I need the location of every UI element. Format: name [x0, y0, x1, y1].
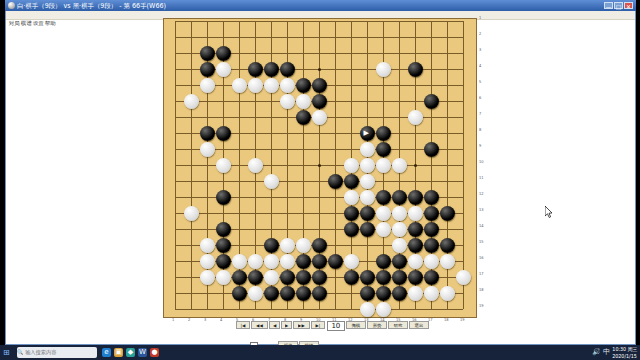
- clock-time: 10:30 周三: [612, 347, 637, 351]
- row-coordinate-label: 11: [479, 177, 484, 180]
- white-stone-19-17: [456, 270, 471, 285]
- white-stone-10-7: [312, 110, 327, 125]
- white-stone-17-18: [424, 286, 439, 301]
- white-stone-6-18: [248, 286, 263, 301]
- nav-button-3[interactable]: ▶: [281, 321, 292, 329]
- star-point: [414, 164, 417, 167]
- white-stone-4-17: [216, 270, 231, 285]
- star-point: [318, 68, 321, 71]
- black-stone-3-8: [200, 126, 215, 141]
- move-number-input[interactable]: 10: [327, 321, 345, 331]
- black-stone-12-17: [344, 270, 359, 285]
- col-coordinate-label: 2: [188, 319, 190, 322]
- grid-line-v: [463, 21, 464, 309]
- minimize-button[interactable]: —: [604, 2, 613, 9]
- row-coordinate-label: 12: [479, 193, 484, 196]
- white-stone-4-10: [216, 158, 231, 173]
- row-coordinate-label: 4: [479, 65, 481, 68]
- black-stone-13-18: [360, 286, 375, 301]
- action-button-0[interactable]: 悔棋: [346, 321, 366, 329]
- black-stone-12-13: [344, 206, 359, 221]
- black-stone-6-17: [248, 270, 263, 285]
- grid-line-h: [175, 309, 463, 310]
- black-stone-15-18: [392, 286, 407, 301]
- white-stone-15-15: [392, 238, 407, 253]
- nav-button-0[interactable]: |◀: [236, 321, 250, 329]
- white-stone-15-10: [392, 158, 407, 173]
- black-stone-14-16: [376, 254, 391, 269]
- white-stone-6-10: [248, 158, 263, 173]
- black-stone-12-11: [344, 174, 359, 189]
- row-coordinate-label: 2: [479, 33, 481, 36]
- white-stone-17-16: [424, 254, 439, 269]
- black-stone-8-17: [280, 270, 295, 285]
- black-stone-6-4: [248, 62, 263, 77]
- word-icon[interactable]: W: [138, 348, 147, 357]
- white-stone-6-5: [248, 78, 263, 93]
- black-stone-14-8: [376, 126, 391, 141]
- nav-button-4[interactable]: ▶▶: [293, 321, 310, 329]
- black-stone-14-9: [376, 142, 391, 157]
- black-stone-16-12: [408, 190, 423, 205]
- white-stone-2-6: [184, 94, 199, 109]
- col-coordinate-label: 4: [220, 319, 222, 322]
- black-stone-10-18: [312, 286, 327, 301]
- grid-line-h: [175, 181, 463, 182]
- white-stone-13-19: [360, 302, 375, 317]
- row-coordinate-label: 6: [479, 97, 481, 100]
- edge-browser-icon[interactable]: e: [102, 348, 111, 357]
- white-stone-8-16: [280, 254, 295, 269]
- black-stone-15-12: [392, 190, 407, 205]
- black-stone-15-17: [392, 270, 407, 285]
- last-move-marker: ▶: [364, 130, 369, 137]
- black-stone-18-13: [440, 206, 455, 221]
- white-stone-8-5: [280, 78, 295, 93]
- black-stone-8-4: [280, 62, 295, 77]
- clock-date: 2020/1/15: [612, 354, 637, 358]
- black-stone-7-4: [264, 62, 279, 77]
- white-stone-16-7: [408, 110, 423, 125]
- mouse-cursor: [545, 206, 553, 218]
- black-stone-14-17: [376, 270, 391, 285]
- row-coordinate-label: 5: [479, 81, 481, 84]
- white-stone-12-12: [344, 190, 359, 205]
- white-stone-2-13: [184, 206, 199, 221]
- black-stone-17-17: [424, 270, 439, 285]
- black-stone-9-5: [296, 78, 311, 93]
- white-stone-3-17: [200, 270, 215, 285]
- white-stone-12-10: [344, 158, 359, 173]
- white-stone-14-4: [376, 62, 391, 77]
- black-stone-16-14: [408, 222, 423, 237]
- black-stone-7-15: [264, 238, 279, 253]
- white-stone-18-16: [440, 254, 455, 269]
- row-coordinate-label: 7: [479, 113, 481, 116]
- white-stone-13-11: [360, 174, 375, 189]
- black-stone-11-16: [328, 254, 343, 269]
- white-stone-9-6: [296, 94, 311, 109]
- col-coordinate-label: 1: [172, 319, 174, 322]
- black-stone-17-9: [424, 142, 439, 157]
- black-stone-9-16: [296, 254, 311, 269]
- black-stone-4-15: [216, 238, 231, 253]
- row-coordinate-label: 10: [479, 161, 484, 164]
- taskbar-search-input[interactable]: 🔍 输入搜索内容: [17, 347, 97, 358]
- white-stone-14-14: [376, 222, 391, 237]
- white-stone-3-5: [200, 78, 215, 93]
- desktop-background: 白·棋手（9段） vs 黑·棋手（9段） - 第 66手(W66) — □ ✕ …: [0, 0, 640, 360]
- black-stone-17-15: [424, 238, 439, 253]
- replay-control-bar: |◀◀◀◀▶▶▶▶|10悔棋形势研究退出 演示 暂停继续: [236, 321, 486, 337]
- white-stone-8-15: [280, 238, 295, 253]
- row-coordinate-label: 16: [479, 257, 484, 260]
- black-stone-5-17: [232, 270, 247, 285]
- white-stone-7-5: [264, 78, 279, 93]
- black-stone-14-12: [376, 190, 391, 205]
- black-stone-11-11: [328, 174, 343, 189]
- black-stone-4-12: [216, 190, 231, 205]
- store-icon[interactable]: ◆: [126, 348, 135, 357]
- black-stone-4-8: [216, 126, 231, 141]
- black-stone-10-5: [312, 78, 327, 93]
- black-stone-4-14: [216, 222, 231, 237]
- start-button[interactable]: ⊞: [3, 348, 13, 357]
- white-stone-3-15: [200, 238, 215, 253]
- black-stone-10-6: [312, 94, 327, 109]
- black-stone-16-15: [408, 238, 423, 253]
- close-button[interactable]: ✕: [624, 2, 633, 9]
- action-button-1[interactable]: 形势: [367, 321, 387, 329]
- go-board[interactable]: ▶: [163, 18, 477, 318]
- row-coordinate-label: 19: [479, 305, 484, 308]
- white-stone-16-13: [408, 206, 423, 221]
- black-stone-3-4: [200, 62, 215, 77]
- black-stone-4-16: [216, 254, 231, 269]
- taskbar-clock[interactable]: 10:30 周三 2020/1/15: [604, 346, 638, 360]
- row-coordinate-label: 1: [479, 17, 481, 20]
- black-stone-18-15: [440, 238, 455, 253]
- black-stone-13-13: [360, 206, 375, 221]
- qq-icon[interactable]: ●: [150, 348, 159, 357]
- row-coordinate-label: 18: [479, 289, 484, 292]
- black-stone-16-4: [408, 62, 423, 77]
- black-stone-15-16: [392, 254, 407, 269]
- row-coordinate-label: 17: [479, 273, 484, 276]
- black-stone-12-14: [344, 222, 359, 237]
- black-stone-17-14: [424, 222, 439, 237]
- white-stone-4-4: [216, 62, 231, 77]
- white-stone-18-18: [440, 286, 455, 301]
- star-point: [318, 164, 321, 167]
- row-coordinate-label: 3: [479, 49, 481, 52]
- black-stone-10-16: [312, 254, 327, 269]
- white-stone-6-16: [248, 254, 263, 269]
- white-stone-15-14: [392, 222, 407, 237]
- white-stone-14-19: [376, 302, 391, 317]
- col-coordinate-label: 3: [204, 319, 206, 322]
- black-stone-17-13: [424, 206, 439, 221]
- action-button-2[interactable]: 研究: [388, 321, 408, 329]
- white-stone-15-13: [392, 206, 407, 221]
- white-stone-3-9: [200, 142, 215, 157]
- white-stone-7-17: [264, 270, 279, 285]
- black-stone-9-7: [296, 110, 311, 125]
- white-stone-14-10: [376, 158, 391, 173]
- black-stone-7-18: [264, 286, 279, 301]
- white-stone-5-5: [232, 78, 247, 93]
- title-bar[interactable]: 白·棋手（9段） vs 黑·棋手（9段） - 第 66手(W66): [5, 0, 636, 11]
- white-stone-7-16: [264, 254, 279, 269]
- black-stone-10-17: [312, 270, 327, 285]
- black-stone-9-18: [296, 286, 311, 301]
- row-coordinate-label: 15: [479, 241, 484, 244]
- white-stone-9-15: [296, 238, 311, 253]
- white-stone-13-12: [360, 190, 375, 205]
- taskbar: ⊞ 🔍 输入搜索内容 🔊 中 10:30 周三 2020/1/15 e▣◆W●: [0, 345, 640, 360]
- white-stone-14-13: [376, 206, 391, 221]
- nav-button-2[interactable]: ◀: [269, 321, 280, 329]
- black-stone-14-18: [376, 286, 391, 301]
- black-stone-8-18: [280, 286, 295, 301]
- black-stone-3-3: [200, 46, 215, 61]
- black-stone-13-14: [360, 222, 375, 237]
- black-stone-17-12: [424, 190, 439, 205]
- white-stone-3-16: [200, 254, 215, 269]
- action-button-3[interactable]: 退出: [409, 321, 429, 329]
- white-stone-13-9: [360, 142, 375, 157]
- black-stone-4-3: [216, 46, 231, 61]
- black-stone-16-17: [408, 270, 423, 285]
- white-stone-8-6: [280, 94, 295, 109]
- white-stone-5-16: [232, 254, 247, 269]
- row-coordinate-label: 9: [479, 145, 481, 148]
- black-stone-13-17: [360, 270, 375, 285]
- app-icon: [8, 2, 15, 9]
- row-coordinate-label: 13: [479, 209, 484, 212]
- folder-icon[interactable]: ▣: [114, 348, 123, 357]
- row-coordinate-label: 14: [479, 225, 484, 228]
- white-stone-7-11: [264, 174, 279, 189]
- white-stone-16-18: [408, 286, 423, 301]
- white-stone-12-16: [344, 254, 359, 269]
- menu-item-3[interactable]: 帮助: [42, 21, 56, 26]
- search-placeholder: 输入搜索内容: [25, 350, 56, 356]
- black-stone-9-17: [296, 270, 311, 285]
- black-stone-5-18: [232, 286, 247, 301]
- white-stone-13-10: [360, 158, 375, 173]
- nav-button-1[interactable]: ◀◀: [251, 321, 268, 329]
- white-stone-16-16: [408, 254, 423, 269]
- row-coordinate-label: 8: [479, 129, 481, 132]
- window-title: 白·棋手（9段） vs 黑·棋手（9段） - 第 66手(W66): [17, 1, 166, 10]
- nav-button-5[interactable]: ▶|: [311, 321, 325, 329]
- maximize-button[interactable]: □: [614, 2, 623, 9]
- black-stone-17-6: [424, 94, 439, 109]
- black-stone-10-15: [312, 238, 327, 253]
